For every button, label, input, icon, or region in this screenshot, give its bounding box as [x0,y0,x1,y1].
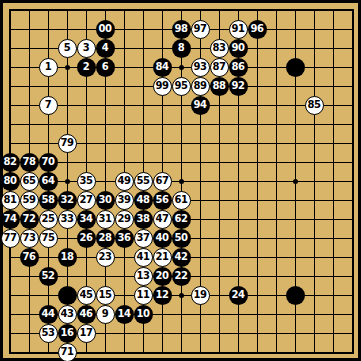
white-stone-move-93[interactable]: 93 [191,58,210,77]
white-stone-move-13[interactable]: 13 [134,267,153,286]
black-stone-move-18[interactable]: 18 [58,248,77,267]
black-stone-move-74[interactable]: 74 [1,210,20,229]
black-stone-move-48[interactable]: 48 [134,191,153,210]
white-stone-move-79[interactable]: 79 [58,134,77,153]
white-stone-move-15[interactable]: 15 [96,286,115,305]
white-stone-move-77[interactable]: 77 [1,229,20,248]
white-stone-move-91[interactable]: 91 [229,20,248,39]
black-stone-move-82[interactable]: 82 [1,153,20,172]
black-stone-move-78[interactable]: 78 [20,153,39,172]
white-stone-move-29[interactable]: 29 [115,210,134,229]
white-stone-move-83[interactable]: 83 [210,39,229,58]
go-board[interactable]: 1234567891011121314151617181920212223242… [0,0,361,361]
black-stone-move-34[interactable]: 34 [77,210,96,229]
black-stone-move-86[interactable]: 86 [229,58,248,77]
white-stone-move-1[interactable]: 1 [39,58,58,77]
black-stone-move-16[interactable]: 16 [58,324,77,343]
black-stone-handicap[interactable] [286,286,305,305]
black-stone-move-52[interactable]: 52 [39,267,58,286]
black-stone-move-100[interactable]: 00 [96,20,115,39]
black-stone-handicap[interactable] [286,58,305,77]
black-stone-move-40[interactable]: 40 [153,229,172,248]
white-stone-move-59[interactable]: 59 [20,191,39,210]
white-stone-move-75[interactable]: 75 [39,229,58,248]
white-stone-move-73[interactable]: 73 [20,229,39,248]
black-stone-move-14[interactable]: 14 [115,305,134,324]
black-stone-move-80[interactable]: 80 [1,172,20,191]
black-stone-move-10[interactable]: 10 [134,305,153,324]
black-stone-move-28[interactable]: 28 [96,229,115,248]
black-stone-move-22[interactable]: 22 [172,267,191,286]
black-stone-move-26[interactable]: 26 [77,229,96,248]
black-stone-move-12[interactable]: 12 [153,286,172,305]
black-stone-move-46[interactable]: 46 [77,305,96,324]
black-stone-move-32[interactable]: 32 [58,191,77,210]
white-stone-move-43[interactable]: 43 [58,305,77,324]
star-point [65,179,70,184]
black-stone-move-76[interactable]: 76 [20,248,39,267]
white-stone-move-35[interactable]: 35 [77,172,96,191]
white-stone-move-67[interactable]: 67 [153,172,172,191]
black-stone-move-96[interactable]: 96 [248,20,267,39]
black-stone-move-84[interactable]: 84 [153,58,172,77]
black-stone-move-42[interactable]: 42 [172,248,191,267]
white-stone-move-11[interactable]: 11 [134,286,153,305]
black-stone-move-72[interactable]: 72 [20,210,39,229]
white-stone-move-65[interactable]: 65 [20,172,39,191]
black-stone-move-98[interactable]: 98 [172,20,191,39]
white-stone-move-97[interactable]: 97 [191,20,210,39]
black-stone-move-44[interactable]: 44 [39,305,58,324]
white-stone-move-99[interactable]: 99 [153,77,172,96]
black-stone-move-20[interactable]: 20 [153,267,172,286]
black-stone-move-30[interactable]: 30 [96,191,115,210]
white-stone-move-53[interactable]: 53 [39,324,58,343]
star-point [293,179,298,184]
white-stone-move-89[interactable]: 89 [191,77,210,96]
black-stone-move-6[interactable]: 6 [96,58,115,77]
white-stone-move-95[interactable]: 95 [172,77,191,96]
star-point [179,65,184,70]
white-stone-move-39[interactable]: 39 [115,191,134,210]
star-point [65,65,70,70]
black-stone-move-88[interactable]: 88 [210,77,229,96]
white-stone-move-47[interactable]: 47 [153,210,172,229]
white-stone-move-49[interactable]: 49 [115,172,134,191]
black-stone-move-64[interactable]: 64 [39,172,58,191]
white-stone-move-19[interactable]: 19 [191,286,210,305]
black-stone-move-58[interactable]: 58 [39,191,58,210]
white-stone-move-27[interactable]: 27 [77,191,96,210]
white-stone-move-21[interactable]: 21 [153,248,172,267]
star-point [179,179,184,184]
white-stone-move-81[interactable]: 81 [1,191,20,210]
white-stone-move-41[interactable]: 41 [134,248,153,267]
white-stone-move-45[interactable]: 45 [77,286,96,305]
white-stone-move-25[interactable]: 25 [39,210,58,229]
star-point [179,293,184,298]
white-stone-move-5[interactable]: 5 [58,39,77,58]
white-stone-move-7[interactable]: 7 [39,96,58,115]
white-stone-move-61[interactable]: 61 [172,191,191,210]
white-stone-move-71[interactable]: 71 [58,343,77,361]
black-stone-move-24[interactable]: 24 [229,286,248,305]
white-stone-move-3[interactable]: 3 [77,39,96,58]
black-stone-move-2[interactable]: 2 [77,58,96,77]
white-stone-move-23[interactable]: 23 [96,248,115,267]
black-stone-move-62[interactable]: 62 [172,210,191,229]
black-stone-move-92[interactable]: 92 [229,77,248,96]
white-stone-move-9[interactable]: 9 [96,305,115,324]
black-stone-move-56[interactable]: 56 [153,191,172,210]
black-stone-move-38[interactable]: 38 [134,210,153,229]
white-stone-move-55[interactable]: 55 [134,172,153,191]
black-stone-handicap[interactable] [58,286,77,305]
black-stone-move-94[interactable]: 94 [191,96,210,115]
black-stone-move-36[interactable]: 36 [115,229,134,248]
white-stone-move-85[interactable]: 85 [305,96,324,115]
black-stone-move-70[interactable]: 70 [39,153,58,172]
white-stone-move-33[interactable]: 33 [58,210,77,229]
black-stone-move-50[interactable]: 50 [172,229,191,248]
white-stone-move-37[interactable]: 37 [134,229,153,248]
black-stone-move-4[interactable]: 4 [96,39,115,58]
black-stone-move-90[interactable]: 90 [229,39,248,58]
white-stone-move-31[interactable]: 31 [96,210,115,229]
white-stone-move-17[interactable]: 17 [77,324,96,343]
white-stone-move-87[interactable]: 87 [210,58,229,77]
black-stone-move-8[interactable]: 8 [172,39,191,58]
